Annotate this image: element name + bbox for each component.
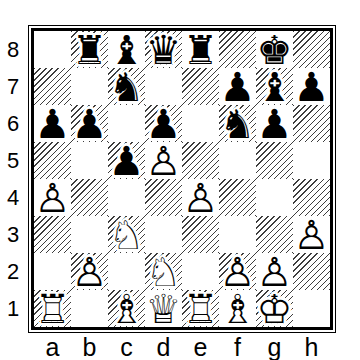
square-e1[interactable]: ♜♖	[182, 290, 219, 327]
square-f8[interactable]	[219, 31, 256, 68]
rank-label-8: 8	[0, 31, 26, 68]
square-h8[interactable]	[293, 31, 330, 68]
square-e3[interactable]	[182, 216, 219, 253]
square-a7[interactable]	[34, 68, 71, 105]
board-border: ♜♜♝♝♛♛♜♜♚♚♞♞♟♟♝♝♟♟♟♟♟♟♟♟♞♞♟♟♟♟♟♙♟♙♟♙♞♘♟♙…	[28, 25, 336, 333]
square-b3[interactable]	[71, 216, 108, 253]
piece-black-pawn-c5[interactable]: ♟♟	[108, 142, 145, 179]
square-g7[interactable]: ♝♝	[256, 68, 293, 105]
square-h1[interactable]	[293, 290, 330, 327]
piece-black-pawn-a6[interactable]: ♟♟	[34, 105, 71, 142]
piece-black-pawn-f7[interactable]: ♟♟	[219, 68, 256, 105]
rank-label-3: 3	[0, 216, 26, 253]
file-label-a: a	[34, 334, 71, 360]
square-g5[interactable]	[256, 142, 293, 179]
rank-label-1: 1	[0, 290, 26, 327]
square-g4[interactable]	[256, 179, 293, 216]
piece-white-knight-d2[interactable]: ♞♘	[145, 253, 182, 290]
square-b1[interactable]	[71, 290, 108, 327]
square-a5[interactable]	[34, 142, 71, 179]
rank-label-7: 7	[0, 68, 26, 105]
square-h4[interactable]	[293, 179, 330, 216]
file-label-f: f	[219, 334, 256, 360]
square-f3[interactable]	[219, 216, 256, 253]
piece-white-pawn-d5[interactable]: ♟♙	[145, 142, 182, 179]
square-h7[interactable]: ♟♟	[293, 68, 330, 105]
square-f1[interactable]: ♝♗	[219, 290, 256, 327]
rank-label-4: 4	[0, 179, 26, 216]
square-d3[interactable]	[145, 216, 182, 253]
piece-white-knight-c3[interactable]: ♞♘	[108, 216, 145, 253]
file-label-e: e	[182, 334, 219, 360]
square-e7[interactable]	[182, 68, 219, 105]
rank-labels: 87654321	[0, 31, 26, 327]
piece-black-pawn-d6[interactable]: ♟♟	[145, 105, 182, 142]
piece-white-pawn-h3[interactable]: ♟♙	[293, 216, 330, 253]
square-f4[interactable]	[219, 179, 256, 216]
square-c8[interactable]: ♝♝	[108, 31, 145, 68]
board-frame: ♜♜♝♝♛♛♜♜♚♚♞♞♟♟♝♝♟♟♟♟♟♟♟♟♞♞♟♟♟♟♟♙♟♙♟♙♞♘♟♙…	[31, 28, 333, 330]
file-label-d: d	[145, 334, 182, 360]
piece-white-bishop-c1[interactable]: ♝♗	[108, 290, 145, 327]
square-h5[interactable]	[293, 142, 330, 179]
square-g6[interactable]: ♟♟	[256, 105, 293, 142]
piece-black-queen-d8[interactable]: ♛♛	[145, 31, 182, 68]
square-a1[interactable]: ♜♖	[34, 290, 71, 327]
square-f6[interactable]: ♞♞	[219, 105, 256, 142]
square-a8[interactable]	[34, 31, 71, 68]
square-b8[interactable]: ♜♜	[71, 31, 108, 68]
square-c1[interactable]: ♝♗	[108, 290, 145, 327]
piece-black-pawn-g6[interactable]: ♟♟	[256, 105, 293, 142]
square-c2[interactable]	[108, 253, 145, 290]
piece-white-pawn-g2[interactable]: ♟♙	[256, 253, 293, 290]
piece-black-knight-f6[interactable]: ♞♞	[219, 105, 256, 142]
chess-diagram: 87654321 ♜♜♝♝♛♛♜♜♚♚♞♞♟♟♝♝♟♟♟♟♟♟♟♟♞♞♟♟♟♟♟…	[0, 0, 360, 360]
square-d2[interactable]: ♞♘	[145, 253, 182, 290]
square-c5[interactable]: ♟♟	[108, 142, 145, 179]
file-label-h: h	[293, 334, 330, 360]
square-d1[interactable]: ♛♕	[145, 290, 182, 327]
square-f5[interactable]	[219, 142, 256, 179]
piece-black-rook-b8[interactable]: ♜♜	[71, 31, 108, 68]
square-c4[interactable]	[108, 179, 145, 216]
piece-white-rook-a1[interactable]: ♜♖	[34, 290, 71, 327]
square-b4[interactable]	[71, 179, 108, 216]
square-c7[interactable]: ♞♞	[108, 68, 145, 105]
square-g2[interactable]: ♟♙	[256, 253, 293, 290]
square-a4[interactable]: ♟♙	[34, 179, 71, 216]
piece-white-pawn-e4[interactable]: ♟♙	[182, 179, 219, 216]
square-a2[interactable]	[34, 253, 71, 290]
piece-black-bishop-c8[interactable]: ♝♝	[108, 31, 145, 68]
chess-board: ♜♜♝♝♛♛♜♜♚♚♞♞♟♟♝♝♟♟♟♟♟♟♟♟♞♞♟♟♟♟♟♙♟♙♟♙♞♘♟♙…	[34, 31, 330, 327]
piece-black-knight-c7[interactable]: ♞♞	[108, 68, 145, 105]
square-g3[interactable]	[256, 216, 293, 253]
square-e6[interactable]	[182, 105, 219, 142]
file-label-c: c	[108, 334, 145, 360]
rank-label-2: 2	[0, 253, 26, 290]
square-h2[interactable]	[293, 253, 330, 290]
rank-label-6: 6	[0, 105, 26, 142]
square-b2[interactable]: ♟♙	[71, 253, 108, 290]
piece-black-bishop-g7[interactable]: ♝♝	[256, 68, 293, 105]
square-a6[interactable]: ♟♟	[34, 105, 71, 142]
square-e4[interactable]: ♟♙	[182, 179, 219, 216]
square-d6[interactable]: ♟♟	[145, 105, 182, 142]
piece-black-king-g8[interactable]: ♚♚	[256, 31, 293, 68]
square-g8[interactable]: ♚♚	[256, 31, 293, 68]
piece-white-pawn-a4[interactable]: ♟♙	[34, 179, 71, 216]
square-b6[interactable]: ♟♟	[71, 105, 108, 142]
piece-white-king-g1[interactable]: ♚♔	[256, 290, 293, 327]
square-d4[interactable]	[145, 179, 182, 216]
file-label-b: b	[71, 334, 108, 360]
piece-white-rook-e1[interactable]: ♜♖	[182, 290, 219, 327]
square-d8[interactable]: ♛♛	[145, 31, 182, 68]
square-d5[interactable]: ♟♙	[145, 142, 182, 179]
square-f7[interactable]: ♟♟	[219, 68, 256, 105]
piece-white-pawn-b2[interactable]: ♟♙	[71, 253, 108, 290]
square-b7[interactable]	[71, 68, 108, 105]
square-c6[interactable]	[108, 105, 145, 142]
piece-white-pawn-f2[interactable]: ♟♙	[219, 253, 256, 290]
square-e5[interactable]	[182, 142, 219, 179]
square-g1[interactable]: ♚♔	[256, 290, 293, 327]
square-d7[interactable]	[145, 68, 182, 105]
square-c3[interactable]: ♞♘	[108, 216, 145, 253]
square-f2[interactable]: ♟♙	[219, 253, 256, 290]
file-label-g: g	[256, 334, 293, 360]
square-a3[interactable]	[34, 216, 71, 253]
square-h6[interactable]	[293, 105, 330, 142]
piece-black-pawn-b6[interactable]: ♟♟	[71, 105, 108, 142]
file-labels: abcdefgh	[34, 334, 330, 360]
square-e8[interactable]: ♜♜	[182, 31, 219, 68]
piece-white-bishop-f1[interactable]: ♝♗	[219, 290, 256, 327]
square-e2[interactable]	[182, 253, 219, 290]
square-h3[interactable]: ♟♙	[293, 216, 330, 253]
rank-label-5: 5	[0, 142, 26, 179]
piece-white-queen-d1[interactable]: ♛♕	[145, 290, 182, 327]
piece-black-rook-e8[interactable]: ♜♜	[182, 31, 219, 68]
square-b5[interactable]	[71, 142, 108, 179]
piece-black-pawn-h7[interactable]: ♟♟	[293, 68, 330, 105]
